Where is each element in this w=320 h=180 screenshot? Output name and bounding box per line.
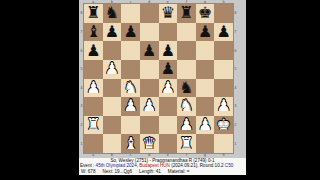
- rank-label-8: 8: [233, 4, 238, 23]
- square-h4[interactable]: [214, 79, 233, 98]
- black-bishop-a7[interactable]: ♝: [86, 23, 100, 39]
- square-h6[interactable]: [214, 41, 233, 60]
- white-pawn-d3[interactable]: ♟: [142, 98, 156, 114]
- square-g2[interactable]: ♟: [196, 116, 215, 135]
- square-b5[interactable]: ♟: [103, 60, 122, 79]
- square-e2[interactable]: [159, 116, 178, 135]
- square-d6[interactable]: ♟: [140, 41, 159, 60]
- square-g8[interactable]: ♚: [196, 4, 215, 23]
- square-a6[interactable]: ♟: [84, 41, 103, 60]
- white-pawn-b5[interactable]: ♟: [105, 61, 119, 77]
- square-c7[interactable]: ♟: [121, 23, 140, 42]
- square-d5[interactable]: [140, 60, 159, 79]
- square-f1[interactable]: ♜: [177, 134, 196, 153]
- square-e8[interactable]: ♛: [159, 4, 178, 23]
- square-a8[interactable]: ♜: [84, 4, 103, 23]
- white-pawn-c3[interactable]: ♟: [123, 98, 137, 114]
- square-g5[interactable]: [196, 60, 215, 79]
- file-label-b: b: [103, 153, 122, 157]
- white-king-h2[interactable]: ♚: [217, 117, 231, 133]
- file-label-a: a: [84, 153, 103, 157]
- event-line-segment-0: Event :: [80, 163, 96, 168]
- rank-label-1: 1: [233, 134, 238, 153]
- square-a7[interactable]: ♝: [84, 23, 103, 42]
- square-f7[interactable]: [177, 23, 196, 42]
- square-d1[interactable]: ♛: [140, 134, 159, 153]
- file-label-d: d: [140, 153, 159, 157]
- square-f3[interactable]: ♞: [177, 97, 196, 116]
- white-pawn-g2[interactable]: ♟: [198, 117, 212, 133]
- rank-label-6: 6: [233, 41, 238, 60]
- square-b7[interactable]: ♟: [103, 23, 122, 42]
- square-b1[interactable]: [103, 134, 122, 153]
- file-label-g: g: [196, 153, 215, 157]
- rank-label-5: 5: [233, 60, 238, 79]
- black-pawn-e6[interactable]: ♟: [161, 42, 175, 58]
- event-line-segment-2: Budapest HUN: [139, 163, 171, 168]
- square-e7[interactable]: [159, 23, 178, 42]
- event-line-segment-4: C50: [225, 163, 233, 168]
- square-d3[interactable]: ♟: [140, 97, 159, 116]
- square-a2[interactable]: ♜: [84, 116, 103, 135]
- square-g6[interactable]: [196, 41, 215, 60]
- square-a1[interactable]: [84, 134, 103, 153]
- video-frame: abcdefgh 87654321 87654321 ♜♞♛♜♚♝♟♟♟♟♟♟♟…: [0, 0, 320, 180]
- square-c1[interactable]: ♝: [121, 134, 140, 153]
- file-label-h: h: [214, 153, 233, 157]
- white-rook-f1[interactable]: ♜: [179, 135, 193, 151]
- square-d7[interactable]: [140, 23, 159, 42]
- square-c3[interactable]: ♟: [121, 97, 140, 116]
- stats-token-3: Material: =: [168, 169, 190, 174]
- square-c2[interactable]: [121, 116, 140, 135]
- square-g3[interactable]: [196, 97, 215, 116]
- black-pawn-g7[interactable]: ♟: [198, 23, 212, 39]
- white-pawn-h3[interactable]: ♟: [217, 98, 231, 114]
- square-c8[interactable]: [121, 4, 140, 23]
- square-b4[interactable]: [103, 79, 122, 98]
- black-knight-f4[interactable]: ♞: [179, 79, 193, 95]
- square-a3[interactable]: [84, 97, 103, 116]
- square-e6[interactable]: ♟: [159, 41, 178, 60]
- black-pawn-b7[interactable]: ♟: [105, 23, 119, 39]
- square-g7[interactable]: ♟: [196, 23, 215, 42]
- square-f5[interactable]: [177, 60, 196, 79]
- square-b6[interactable]: [103, 41, 122, 60]
- square-e5[interactable]: ♟: [159, 60, 178, 79]
- square-f4[interactable]: ♞: [177, 79, 196, 98]
- black-pawn-a6[interactable]: ♟: [86, 42, 100, 58]
- black-knight-b8[interactable]: ♞: [105, 5, 119, 21]
- square-c6[interactable]: [121, 41, 140, 60]
- white-knight-f3[interactable]: ♞: [179, 98, 193, 114]
- event-line-segment-1: 45th Olympiad 2024,: [96, 163, 140, 168]
- white-rook-a2[interactable]: ♜: [86, 117, 100, 133]
- rank-label-3: 3: [233, 97, 238, 116]
- square-g1[interactable]: [196, 134, 215, 153]
- square-d8[interactable]: [140, 4, 159, 23]
- square-b3[interactable]: [103, 97, 122, 116]
- square-h2[interactable]: ♚: [214, 116, 233, 135]
- white-pawn-e4[interactable]: ♟: [161, 79, 175, 95]
- file-label-e: e: [159, 153, 178, 157]
- black-queen-e8[interactable]: ♛: [161, 5, 175, 21]
- square-d4[interactable]: [140, 79, 159, 98]
- rank-label-2: 2: [233, 116, 238, 135]
- square-f8[interactable]: ♜: [177, 4, 196, 23]
- square-c4[interactable]: ♞: [121, 79, 140, 98]
- stats-token-0: W: 678: [81, 169, 95, 174]
- chess-gui: abcdefgh 87654321 87654321 ♜♞♛♜♚♝♟♟♟♟♟♟♟…: [79, 0, 246, 175]
- square-c5[interactable]: [121, 60, 140, 79]
- white-bishop-c1[interactable]: ♝: [123, 135, 137, 151]
- black-pawn-h7[interactable]: ♟: [217, 23, 231, 39]
- rank-label-4: 4: [233, 79, 238, 98]
- white-pawn-a4[interactable]: ♟: [86, 79, 100, 95]
- game-info-caption: So, Wesley (2751) - Praggnanandhaa R (27…: [79, 158, 246, 175]
- square-h5[interactable]: [214, 60, 233, 79]
- square-a5[interactable]: [84, 60, 103, 79]
- white-knight-c4[interactable]: ♞: [123, 79, 137, 95]
- file-label-f: f: [177, 153, 196, 157]
- rank-label-7: 7: [233, 23, 238, 42]
- file-label-c: c: [121, 153, 140, 157]
- square-g4[interactable]: [196, 79, 215, 98]
- file-labels-bottom: abcdefgh: [84, 153, 233, 157]
- pillarbox-right: [246, 0, 320, 180]
- square-b8[interactable]: ♞: [103, 4, 122, 23]
- event-line-segment-3: (2024.09.21), Round 10.2: [171, 163, 225, 168]
- black-pawn-c7[interactable]: ♟: [123, 23, 137, 39]
- square-a4[interactable]: ♟: [84, 79, 103, 98]
- square-b2[interactable]: [103, 116, 122, 135]
- stats-token-1: Next: 19...Qg6: [102, 169, 132, 174]
- square-e3[interactable]: [159, 97, 178, 116]
- white-queen-d1[interactable]: ♛: [142, 135, 156, 151]
- black-rook-f8[interactable]: ♜: [179, 5, 193, 21]
- pillarbox-bottom: [0, 175, 320, 180]
- black-pawn-e5[interactable]: ♟: [161, 61, 175, 77]
- square-h7[interactable]: ♟: [214, 23, 233, 42]
- black-king-g8[interactable]: ♚: [198, 5, 212, 21]
- stats-token-2: Length: 41: [139, 169, 161, 174]
- black-rook-a8[interactable]: ♜: [86, 5, 100, 21]
- square-d2[interactable]: [140, 116, 159, 135]
- chess-board[interactable]: ♜♞♛♜♚♝♟♟♟♟♟♟♟♟♟♟♞♟♞♟♟♞♟♜♟♟♚♝♛♜: [84, 4, 233, 153]
- square-h3[interactable]: ♟: [214, 97, 233, 116]
- square-h8[interactable]: [214, 4, 233, 23]
- square-f6[interactable]: [177, 41, 196, 60]
- stats-line: W: 678Next: 19...Qg6Length: 41Material: …: [79, 169, 246, 174]
- pillarbox-left: [0, 0, 79, 180]
- rank-labels-right: 87654321: [233, 4, 238, 153]
- black-pawn-d6[interactable]: ♟: [142, 42, 156, 58]
- square-e1[interactable]: [159, 134, 178, 153]
- square-f2[interactable]: ♟: [177, 116, 196, 135]
- square-h1[interactable]: [214, 134, 233, 153]
- white-pawn-f2[interactable]: ♟: [179, 117, 193, 133]
- square-e4[interactable]: ♟: [159, 79, 178, 98]
